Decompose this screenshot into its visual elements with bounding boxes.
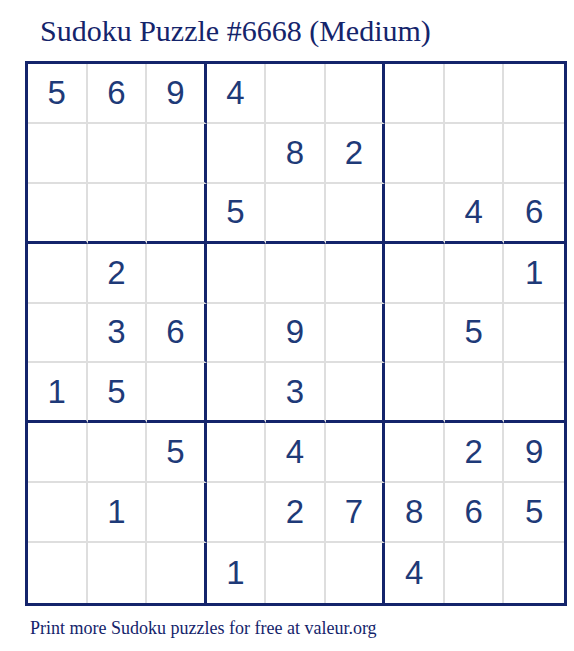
sudoku-cell-r9c4: 1 bbox=[207, 543, 267, 603]
sudoku-cell-r1c3: 9 bbox=[147, 64, 207, 124]
sudoku-cell-r1c1: 5 bbox=[28, 64, 88, 124]
sudoku-cell-r4c9: 1 bbox=[504, 244, 564, 304]
sudoku-cell-r2c2 bbox=[88, 124, 148, 184]
sudoku-cell-r7c1 bbox=[28, 423, 88, 483]
sudoku-cell-r7c9: 9 bbox=[504, 423, 564, 483]
sudoku-cell-r4c4 bbox=[207, 244, 267, 304]
sudoku-cell-r1c7 bbox=[385, 64, 445, 124]
sudoku-cell-r1c2: 6 bbox=[88, 64, 148, 124]
sudoku-cell-r5c1 bbox=[28, 304, 88, 364]
sudoku-cell-r1c8 bbox=[445, 64, 505, 124]
sudoku-cell-r2c9 bbox=[504, 124, 564, 184]
sudoku-cell-r1c6 bbox=[326, 64, 386, 124]
sudoku-cell-r3c6 bbox=[326, 184, 386, 244]
sudoku-cell-r8c4 bbox=[207, 483, 267, 543]
sudoku-cell-r6c3 bbox=[147, 363, 207, 423]
sudoku-cell-r2c1 bbox=[28, 124, 88, 184]
page-title: Sudoku Puzzle #6668 (Medium) bbox=[40, 14, 431, 48]
sudoku-cell-r6c2: 5 bbox=[88, 363, 148, 423]
sudoku-cell-r2c8 bbox=[445, 124, 505, 184]
sudoku-cell-r3c2 bbox=[88, 184, 148, 244]
sudoku-cell-r4c7 bbox=[385, 244, 445, 304]
sudoku-cell-r3c1 bbox=[28, 184, 88, 244]
sudoku-cell-r2c3 bbox=[147, 124, 207, 184]
sudoku-cell-r9c2 bbox=[88, 543, 148, 603]
sudoku-cell-r7c6 bbox=[326, 423, 386, 483]
sudoku-cell-r6c7 bbox=[385, 363, 445, 423]
sudoku-cell-r4c5 bbox=[266, 244, 326, 304]
sudoku-cell-r5c7 bbox=[385, 304, 445, 364]
sudoku-cell-r6c6 bbox=[326, 363, 386, 423]
sudoku-cell-r5c8: 5 bbox=[445, 304, 505, 364]
sudoku-cell-r8c2: 1 bbox=[88, 483, 148, 543]
sudoku-cell-r2c5: 8 bbox=[266, 124, 326, 184]
sudoku-cell-r6c1: 1 bbox=[28, 363, 88, 423]
sudoku-cell-r9c9 bbox=[504, 543, 564, 603]
sudoku-cell-r9c5 bbox=[266, 543, 326, 603]
sudoku-cell-r8c3 bbox=[147, 483, 207, 543]
sudoku-cell-r9c1 bbox=[28, 543, 88, 603]
sudoku-cell-r9c6 bbox=[326, 543, 386, 603]
sudoku-cell-r7c5: 4 bbox=[266, 423, 326, 483]
sudoku-cell-r6c9 bbox=[504, 363, 564, 423]
sudoku-cell-r5c5: 9 bbox=[266, 304, 326, 364]
sudoku-cell-r4c6 bbox=[326, 244, 386, 304]
sudoku-cell-r3c8: 4 bbox=[445, 184, 505, 244]
sudoku-cell-r2c4 bbox=[207, 124, 267, 184]
sudoku-cell-r1c5 bbox=[266, 64, 326, 124]
sudoku-cell-r8c9: 5 bbox=[504, 483, 564, 543]
sudoku-cell-r3c9: 6 bbox=[504, 184, 564, 244]
sudoku-cell-r3c5 bbox=[266, 184, 326, 244]
sudoku-cell-r4c1 bbox=[28, 244, 88, 304]
sudoku-cell-r3c7 bbox=[385, 184, 445, 244]
sudoku-cell-r5c2: 3 bbox=[88, 304, 148, 364]
sudoku-cell-r9c3 bbox=[147, 543, 207, 603]
sudoku-cell-r6c4 bbox=[207, 363, 267, 423]
sudoku-cell-r7c4 bbox=[207, 423, 267, 483]
sudoku-cell-r8c6: 7 bbox=[326, 483, 386, 543]
sudoku-cell-r7c3: 5 bbox=[147, 423, 207, 483]
sudoku-cell-r9c7: 4 bbox=[385, 543, 445, 603]
sudoku-cell-r3c3 bbox=[147, 184, 207, 244]
sudoku-cell-r2c6: 2 bbox=[326, 124, 386, 184]
footer-text: Print more Sudoku puzzles for free at va… bbox=[30, 618, 377, 639]
sudoku-cell-r7c8: 2 bbox=[445, 423, 505, 483]
sudoku-cell-r2c7 bbox=[385, 124, 445, 184]
sudoku-board: 569482546213695153542912786514 bbox=[25, 61, 567, 606]
sudoku-cell-r8c7: 8 bbox=[385, 483, 445, 543]
sudoku-cell-r7c7 bbox=[385, 423, 445, 483]
sudoku-cell-r9c8 bbox=[445, 543, 505, 603]
sudoku-cell-r8c8: 6 bbox=[445, 483, 505, 543]
sudoku-cell-r6c5: 3 bbox=[266, 363, 326, 423]
sudoku-cell-r3c4: 5 bbox=[207, 184, 267, 244]
sudoku-cell-r8c5: 2 bbox=[266, 483, 326, 543]
sudoku-cell-r1c4: 4 bbox=[207, 64, 267, 124]
sudoku-cell-r4c3 bbox=[147, 244, 207, 304]
sudoku-cell-r5c6 bbox=[326, 304, 386, 364]
sudoku-cell-r5c9 bbox=[504, 304, 564, 364]
sudoku-cell-r5c4 bbox=[207, 304, 267, 364]
sudoku-cell-r7c2 bbox=[88, 423, 148, 483]
sudoku-cell-r8c1 bbox=[28, 483, 88, 543]
sudoku-cell-r6c8 bbox=[445, 363, 505, 423]
sudoku-page: Sudoku Puzzle #6668 (Medium) 56948254621… bbox=[0, 0, 574, 651]
sudoku-cell-r5c3: 6 bbox=[147, 304, 207, 364]
sudoku-cell-r1c9 bbox=[504, 64, 564, 124]
sudoku-cell-r4c2: 2 bbox=[88, 244, 148, 304]
sudoku-cell-r4c8 bbox=[445, 244, 505, 304]
